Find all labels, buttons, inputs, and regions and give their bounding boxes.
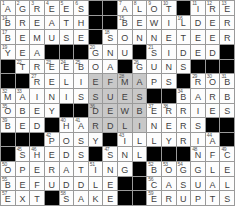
- grid-cell[interactable]: 36D: [89, 104, 103, 118]
- cell-letter: S: [78, 137, 84, 146]
- grid-cell[interactable]: 14B: [1, 16, 15, 30]
- grid-cell[interactable]: O: [118, 30, 132, 44]
- grid-cell[interactable]: N: [103, 45, 117, 59]
- clue-number: 20: [90, 45, 95, 51]
- cell-letter: T: [78, 166, 84, 175]
- clue-number: 11: [192, 1, 197, 7]
- grid-cell[interactable]: D: [60, 147, 74, 161]
- grid-cell[interactable]: 28M: [118, 74, 132, 88]
- cell-letter: E: [224, 166, 230, 175]
- grid-cell[interactable]: 37E: [147, 104, 161, 118]
- grid-cell[interactable]: 55B: [1, 177, 15, 191]
- cell-letter: F: [107, 78, 113, 87]
- grid-cell[interactable]: 26G: [133, 60, 147, 74]
- grid-cell[interactable]: S: [133, 89, 147, 103]
- grid-cell[interactable]: 10T: [162, 1, 176, 15]
- grid-cell[interactable]: 53O: [162, 162, 176, 176]
- grid-cell[interactable]: G: [191, 162, 205, 176]
- grid-cell[interactable]: U: [118, 45, 132, 59]
- grid-cell[interactable]: S: [74, 133, 88, 147]
- grid-cell[interactable]: D: [206, 45, 220, 59]
- cell-letter: E: [93, 78, 99, 87]
- cell-letter: R: [165, 195, 172, 204]
- grid-cell[interactable]: F: [206, 147, 220, 161]
- clue-number: 17: [2, 30, 7, 36]
- grid-cell[interactable]: F: [30, 177, 44, 191]
- grid-cell[interactable]: R: [220, 30, 234, 44]
- grid-cell[interactable]: S: [74, 89, 88, 103]
- grid-cell[interactable]: B: [220, 89, 234, 103]
- grid-cell[interactable]: I: [133, 118, 147, 132]
- grid-cell[interactable]: 16L: [177, 16, 191, 30]
- grid-cell[interactable]: L: [118, 118, 132, 132]
- cell-letter: L: [225, 181, 230, 190]
- cell-letter: D: [209, 49, 216, 58]
- grid-cell[interactable]: 39B: [1, 118, 15, 132]
- cell-letter: A: [210, 181, 216, 190]
- grid-cell[interactable]: L: [147, 133, 161, 147]
- cell-letter: S: [136, 93, 142, 102]
- clue-number: 57: [2, 191, 7, 197]
- grid-cell[interactable]: A: [191, 89, 205, 103]
- grid-cell[interactable]: L: [206, 162, 220, 176]
- grid-cell[interactable]: S: [177, 177, 191, 191]
- cell-letter: N: [122, 151, 129, 160]
- grid-cell[interactable]: W: [118, 104, 132, 118]
- grid-cell[interactable]: E: [103, 191, 117, 205]
- cell-letter: R: [180, 122, 187, 131]
- grid-cell[interactable]: E: [16, 30, 30, 44]
- clue-number: 48: [192, 147, 197, 153]
- cell-letter: I: [80, 78, 83, 87]
- cell-letter: E: [49, 5, 55, 14]
- grid-cell[interactable]: E: [191, 30, 205, 44]
- cell-letter: E: [107, 181, 113, 190]
- grid-cell[interactable]: E: [206, 104, 220, 118]
- cell-letter: U: [151, 63, 158, 72]
- grid-cell[interactable]: U: [147, 60, 161, 74]
- clue-number: 45: [17, 147, 22, 153]
- grid-cell[interactable]: 21S: [147, 45, 161, 59]
- cell-letter: D: [34, 122, 41, 131]
- grid-cell[interactable]: D: [30, 118, 44, 132]
- grid-cell[interactable]: U: [191, 177, 205, 191]
- cell-letter: S: [166, 78, 172, 87]
- cell-letter: R: [19, 19, 26, 28]
- clue-number: 34: [178, 89, 183, 95]
- black-square: [220, 60, 234, 74]
- cell-letter: Y: [93, 137, 99, 146]
- cell-letter: L: [152, 137, 157, 146]
- grid-cell[interactable]: U: [45, 177, 59, 191]
- grid-cell[interactable]: S: [89, 89, 103, 103]
- grid-cell[interactable]: R: [206, 89, 220, 103]
- clue-number: 24: [61, 60, 66, 66]
- cell-letter: L: [210, 166, 215, 175]
- grid-cell[interactable]: R: [45, 162, 59, 176]
- clue-number: 47: [104, 147, 109, 153]
- black-square: [30, 133, 44, 147]
- cell-letter: R: [224, 19, 231, 28]
- black-square: [220, 118, 234, 132]
- grid-cell[interactable]: 8L: [133, 1, 147, 15]
- grid-cell[interactable]: 35O: [1, 104, 15, 118]
- grid-cell[interactable]: 31B: [220, 74, 234, 88]
- grid-cell[interactable]: B: [133, 104, 147, 118]
- cell-letter: E: [49, 151, 55, 160]
- grid-cell[interactable]: D: [191, 16, 205, 30]
- grid-cell[interactable]: E: [133, 16, 147, 30]
- grid-cell[interactable]: R: [177, 133, 191, 147]
- cell-letter: K: [93, 195, 99, 204]
- clue-number: 19: [2, 45, 7, 51]
- grid-cell[interactable]: E: [45, 147, 59, 161]
- grid-cell[interactable]: 48N: [191, 147, 205, 161]
- clue-number: 51: [90, 162, 95, 168]
- grid-cell[interactable]: P: [147, 74, 161, 88]
- cell-letter: R: [34, 5, 41, 14]
- grid-cell[interactable]: E: [206, 16, 220, 30]
- cell-letter: T: [64, 19, 70, 28]
- grid-cell[interactable]: E: [206, 30, 220, 44]
- grid-cell[interactable]: A: [74, 191, 88, 205]
- cell-letter: B: [224, 93, 230, 102]
- grid-cell[interactable]: I: [191, 104, 205, 118]
- grid-cell[interactable]: E: [191, 45, 205, 59]
- cell-letter: E: [107, 195, 113, 204]
- grid-cell[interactable]: E: [16, 177, 30, 191]
- grid-cell[interactable]: 15B: [118, 16, 132, 30]
- grid-cell[interactable]: T: [177, 30, 191, 44]
- grid-cell[interactable]: W: [147, 16, 161, 30]
- grid-cell[interactable]: 42P: [45, 133, 59, 147]
- cell-letter: W: [150, 19, 159, 28]
- cell-letter: B: [19, 107, 25, 116]
- black-square: [74, 45, 88, 59]
- clue-number: 1: [2, 1, 4, 7]
- clue-number: 14: [2, 16, 7, 22]
- grid-cell[interactable]: A: [60, 162, 74, 176]
- cell-letter: O: [151, 5, 158, 14]
- grid-cell[interactable]: O: [60, 133, 74, 147]
- black-square: [147, 89, 161, 103]
- grid-cell[interactable]: T: [30, 191, 44, 205]
- cell-letter: S: [180, 63, 186, 72]
- cell-letter: W: [121, 107, 130, 116]
- cell-letter: N: [107, 166, 114, 175]
- cell-letter: R: [224, 34, 231, 43]
- cell-letter: U: [48, 181, 55, 190]
- grid-cell[interactable]: 52B: [147, 162, 161, 176]
- grid-cell[interactable]: 34B: [177, 89, 191, 103]
- black-square: [89, 1, 103, 15]
- cell-letter: L: [93, 181, 98, 190]
- grid-cell[interactable]: 57E: [1, 191, 15, 205]
- grid-cell[interactable]: L: [220, 177, 234, 191]
- grid-cell[interactable]: F: [103, 74, 117, 88]
- grid-cell[interactable]: R: [177, 104, 191, 118]
- cell-letter: S: [224, 195, 230, 204]
- grid-cell[interactable]: T: [206, 191, 220, 205]
- grid-cell[interactable]: 27R: [30, 74, 44, 88]
- grid-cell[interactable]: 24E: [60, 60, 74, 74]
- cell-letter: E: [78, 34, 84, 43]
- grid-cell[interactable]: Y: [45, 104, 59, 118]
- cell-letter: B: [136, 107, 142, 116]
- cell-letter: D: [107, 122, 114, 131]
- grid-cell[interactable]: N: [133, 30, 147, 44]
- cell-letter: A: [5, 5, 11, 14]
- clue-number: 30: [207, 74, 212, 80]
- cell-letter: L: [122, 122, 127, 131]
- grid-cell[interactable]: 4E: [45, 1, 59, 15]
- grid-cell[interactable]: 49C: [220, 147, 234, 161]
- grid-cell[interactable]: E: [30, 16, 44, 30]
- grid-cell[interactable]: 47S: [103, 147, 117, 161]
- grid-cell[interactable]: S: [191, 118, 205, 132]
- grid-cell[interactable]: E: [103, 177, 117, 191]
- grid-cell[interactable]: 32M: [1, 89, 15, 103]
- cell-letter: T: [34, 195, 40, 204]
- cell-letter: R: [180, 137, 187, 146]
- cell-letter: U: [180, 195, 187, 204]
- clue-number: 3: [31, 1, 33, 7]
- grid-cell[interactable]: E: [16, 45, 30, 59]
- grid-cell[interactable]: I: [74, 74, 88, 88]
- black-square: [89, 16, 103, 30]
- grid-cell[interactable]: D: [177, 45, 191, 59]
- cell-letter: E: [166, 34, 172, 43]
- grid-cell[interactable]: A: [206, 177, 220, 191]
- grid-cell[interactable]: A: [162, 177, 176, 191]
- grid-cell[interactable]: 1A: [1, 1, 15, 15]
- cell-letter: I: [36, 93, 39, 102]
- cell-letter: S: [93, 93, 99, 102]
- cell-letter: E: [122, 93, 128, 102]
- grid-cell[interactable]: T: [74, 162, 88, 176]
- grid-cell[interactable]: E: [30, 162, 44, 176]
- grid-cell[interactable]: R: [30, 60, 44, 74]
- clue-number: 43: [119, 133, 124, 139]
- grid-cell[interactable]: 18S: [103, 30, 117, 44]
- clue-number: 52: [148, 162, 153, 168]
- grid-cell[interactable]: E: [89, 74, 103, 88]
- grid-cell[interactable]: E: [30, 104, 44, 118]
- cell-letter: A: [107, 63, 113, 72]
- cell-letter: D: [180, 49, 187, 58]
- grid-cell[interactable]: R: [89, 118, 103, 132]
- cell-letter: I: [197, 107, 200, 116]
- grid-cell[interactable]: 9O: [147, 1, 161, 15]
- grid-cell[interactable]: 45S: [16, 147, 30, 161]
- cell-letter: R: [180, 107, 187, 116]
- grid-cell[interactable]: L: [89, 177, 103, 191]
- grid-cell[interactable]: 2G: [16, 1, 30, 15]
- cell-letter: E: [195, 49, 201, 58]
- grid-cell[interactable]: 59E: [147, 191, 161, 205]
- grid-cell[interactable]: Y: [162, 133, 176, 147]
- grid-cell[interactable]: K: [89, 191, 103, 205]
- grid-cell[interactable]: I: [162, 16, 176, 30]
- grid-cell[interactable]: 25B: [74, 60, 88, 74]
- cell-letter: R: [48, 166, 55, 175]
- clue-number: 35: [2, 104, 7, 110]
- grid-cell[interactable]: 58S: [60, 191, 74, 205]
- grid-cell[interactable]: 19Y: [1, 45, 15, 59]
- cell-letter: E: [107, 107, 113, 116]
- grid-cell[interactable]: I: [30, 89, 44, 103]
- grid-cell[interactable]: R: [16, 16, 30, 30]
- grid-cell[interactable]: U: [45, 30, 59, 44]
- cell-letter: S: [78, 151, 84, 160]
- black-square: [206, 60, 220, 74]
- grid-cell[interactable]: L: [133, 147, 147, 161]
- grid-cell[interactable]: T: [60, 16, 74, 30]
- grid-cell[interactable]: E: [74, 30, 88, 44]
- grid-cell[interactable]: 46H: [30, 147, 44, 161]
- clue-number: 46: [31, 147, 36, 153]
- clue-number: 21: [148, 45, 153, 51]
- grid-cell[interactable]: I: [60, 89, 74, 103]
- grid-cell[interactable]: S: [220, 104, 234, 118]
- grid-cell[interactable]: 12R: [206, 1, 220, 15]
- clue-number: 12: [207, 1, 212, 7]
- grid-cell[interactable]: 50O: [1, 162, 15, 176]
- grid-cell[interactable]: A: [103, 60, 117, 74]
- cell-letter: O: [121, 34, 128, 43]
- black-square: [1, 133, 15, 147]
- cell-letter: E: [34, 19, 40, 28]
- grid-cell[interactable]: E: [162, 30, 176, 44]
- cell-letter: G: [19, 5, 26, 14]
- clue-number: 39: [2, 118, 7, 124]
- grid-cell[interactable]: E: [16, 118, 30, 132]
- grid-cell[interactable]: A: [30, 45, 44, 59]
- grid-cell[interactable]: X: [16, 191, 30, 205]
- grid-cell[interactable]: A: [45, 16, 59, 30]
- clue-number: 13: [221, 1, 226, 7]
- grid-cell[interactable]: 56C: [147, 177, 161, 191]
- grid-cell[interactable]: O: [89, 60, 103, 74]
- cell-letter: O: [92, 63, 99, 72]
- grid-cell[interactable]: Y: [89, 133, 103, 147]
- grid-cell[interactable]: D: [74, 177, 88, 191]
- cell-letter: E: [136, 19, 142, 28]
- cell-letter: I: [197, 137, 200, 146]
- black-square: [89, 30, 103, 44]
- grid-cell[interactable]: E: [162, 118, 176, 132]
- grid-cell[interactable]: 22T: [16, 60, 30, 74]
- grid-cell[interactable]: 7A: [118, 1, 132, 15]
- cell-letter: H: [78, 19, 85, 28]
- grid-cell[interactable]: I: [191, 133, 205, 147]
- grid-cell[interactable]: N: [162, 60, 176, 74]
- grid-cell[interactable]: R: [177, 118, 191, 132]
- cell-letter: N: [107, 49, 114, 58]
- cell-letter: E: [166, 122, 172, 131]
- grid-cell[interactable]: 43I: [118, 133, 132, 147]
- grid-cell[interactable]: 33A: [16, 89, 30, 103]
- grid-cell[interactable]: R: [162, 191, 176, 205]
- grid-cell[interactable]: N: [147, 118, 161, 132]
- grid-cell[interactable]: 23E: [45, 60, 59, 74]
- grid-cell[interactable]: H: [74, 16, 88, 30]
- grid-cell[interactable]: S: [74, 147, 88, 161]
- cell-letter: I: [138, 122, 141, 131]
- clue-number: 25: [75, 60, 80, 66]
- cell-letter: R: [34, 63, 41, 72]
- grid-cell[interactable]: U: [177, 191, 191, 205]
- clue-number: 26: [134, 60, 139, 66]
- grid-cell[interactable]: D: [103, 118, 117, 132]
- grid-cell[interactable]: U: [103, 89, 117, 103]
- grid-cell[interactable]: S: [162, 74, 176, 88]
- grid-cell[interactable]: 38R: [162, 104, 176, 118]
- grid-cell[interactable]: 41A: [74, 118, 88, 132]
- cell-letter: E: [210, 19, 216, 28]
- grid-cell[interactable]: 30O: [206, 74, 220, 88]
- grid-cell[interactable]: 6S: [74, 1, 88, 15]
- grid-cell[interactable]: N: [147, 30, 161, 44]
- grid-cell[interactable]: N: [103, 162, 117, 176]
- cell-letter: E: [49, 78, 55, 87]
- grid-cell[interactable]: E: [220, 162, 234, 176]
- grid-cell[interactable]: G: [118, 162, 132, 176]
- black-square: [118, 177, 132, 191]
- grid-cell[interactable]: P: [16, 162, 30, 176]
- grid-cell[interactable]: 20G: [89, 45, 103, 59]
- clue-number: 28: [119, 74, 124, 80]
- clue-number: 31: [221, 74, 226, 80]
- grid-cell[interactable]: 54G: [177, 162, 191, 176]
- cell-letter: A: [195, 93, 201, 102]
- grid-cell[interactable]: I: [162, 45, 176, 59]
- grid-cell[interactable]: P: [191, 191, 205, 205]
- grid-cell[interactable]: N: [45, 89, 59, 103]
- grid-cell[interactable]: S: [60, 30, 74, 44]
- grid-cell[interactable]: 29R: [191, 74, 205, 88]
- grid-cell[interactable]: 13E: [220, 1, 234, 15]
- grid-cell[interactable]: R: [220, 16, 234, 30]
- grid-cell[interactable]: A: [133, 74, 147, 88]
- cell-letter: Y: [166, 137, 172, 146]
- grid-cell[interactable]: 40H: [60, 118, 74, 132]
- grid-cell[interactable]: E: [45, 74, 59, 88]
- grid-cell[interactable]: M: [30, 30, 44, 44]
- clue-number: 16: [178, 16, 183, 22]
- grid-cell[interactable]: 5E: [60, 1, 74, 15]
- black-square: [162, 89, 176, 103]
- grid-cell[interactable]: B: [16, 104, 30, 118]
- grid-cell[interactable]: E: [103, 104, 117, 118]
- grid-cell[interactable]: L: [60, 74, 74, 88]
- grid-cell[interactable]: 51I: [89, 162, 103, 176]
- grid-cell[interactable]: 44A: [206, 133, 220, 147]
- grid-cell[interactable]: 11I: [191, 1, 205, 15]
- grid-cell[interactable]: D: [60, 177, 74, 191]
- grid-cell[interactable]: S: [220, 191, 234, 205]
- clue-number: 8: [134, 1, 136, 7]
- crossword-grid: 1A2G3R4E5E6S7A8L9O10T11I12R13E14BREATH15…: [0, 0, 235, 206]
- cell-letter: N: [151, 34, 158, 43]
- grid-cell[interactable]: L: [133, 133, 147, 147]
- grid-cell[interactable]: S: [177, 60, 191, 74]
- grid-cell[interactable]: E: [118, 89, 132, 103]
- grid-cell[interactable]: 3R: [30, 1, 44, 15]
- grid-cell[interactable]: 17B: [1, 30, 15, 44]
- grid-cell[interactable]: N: [118, 147, 132, 161]
- cell-letter: I: [167, 19, 170, 28]
